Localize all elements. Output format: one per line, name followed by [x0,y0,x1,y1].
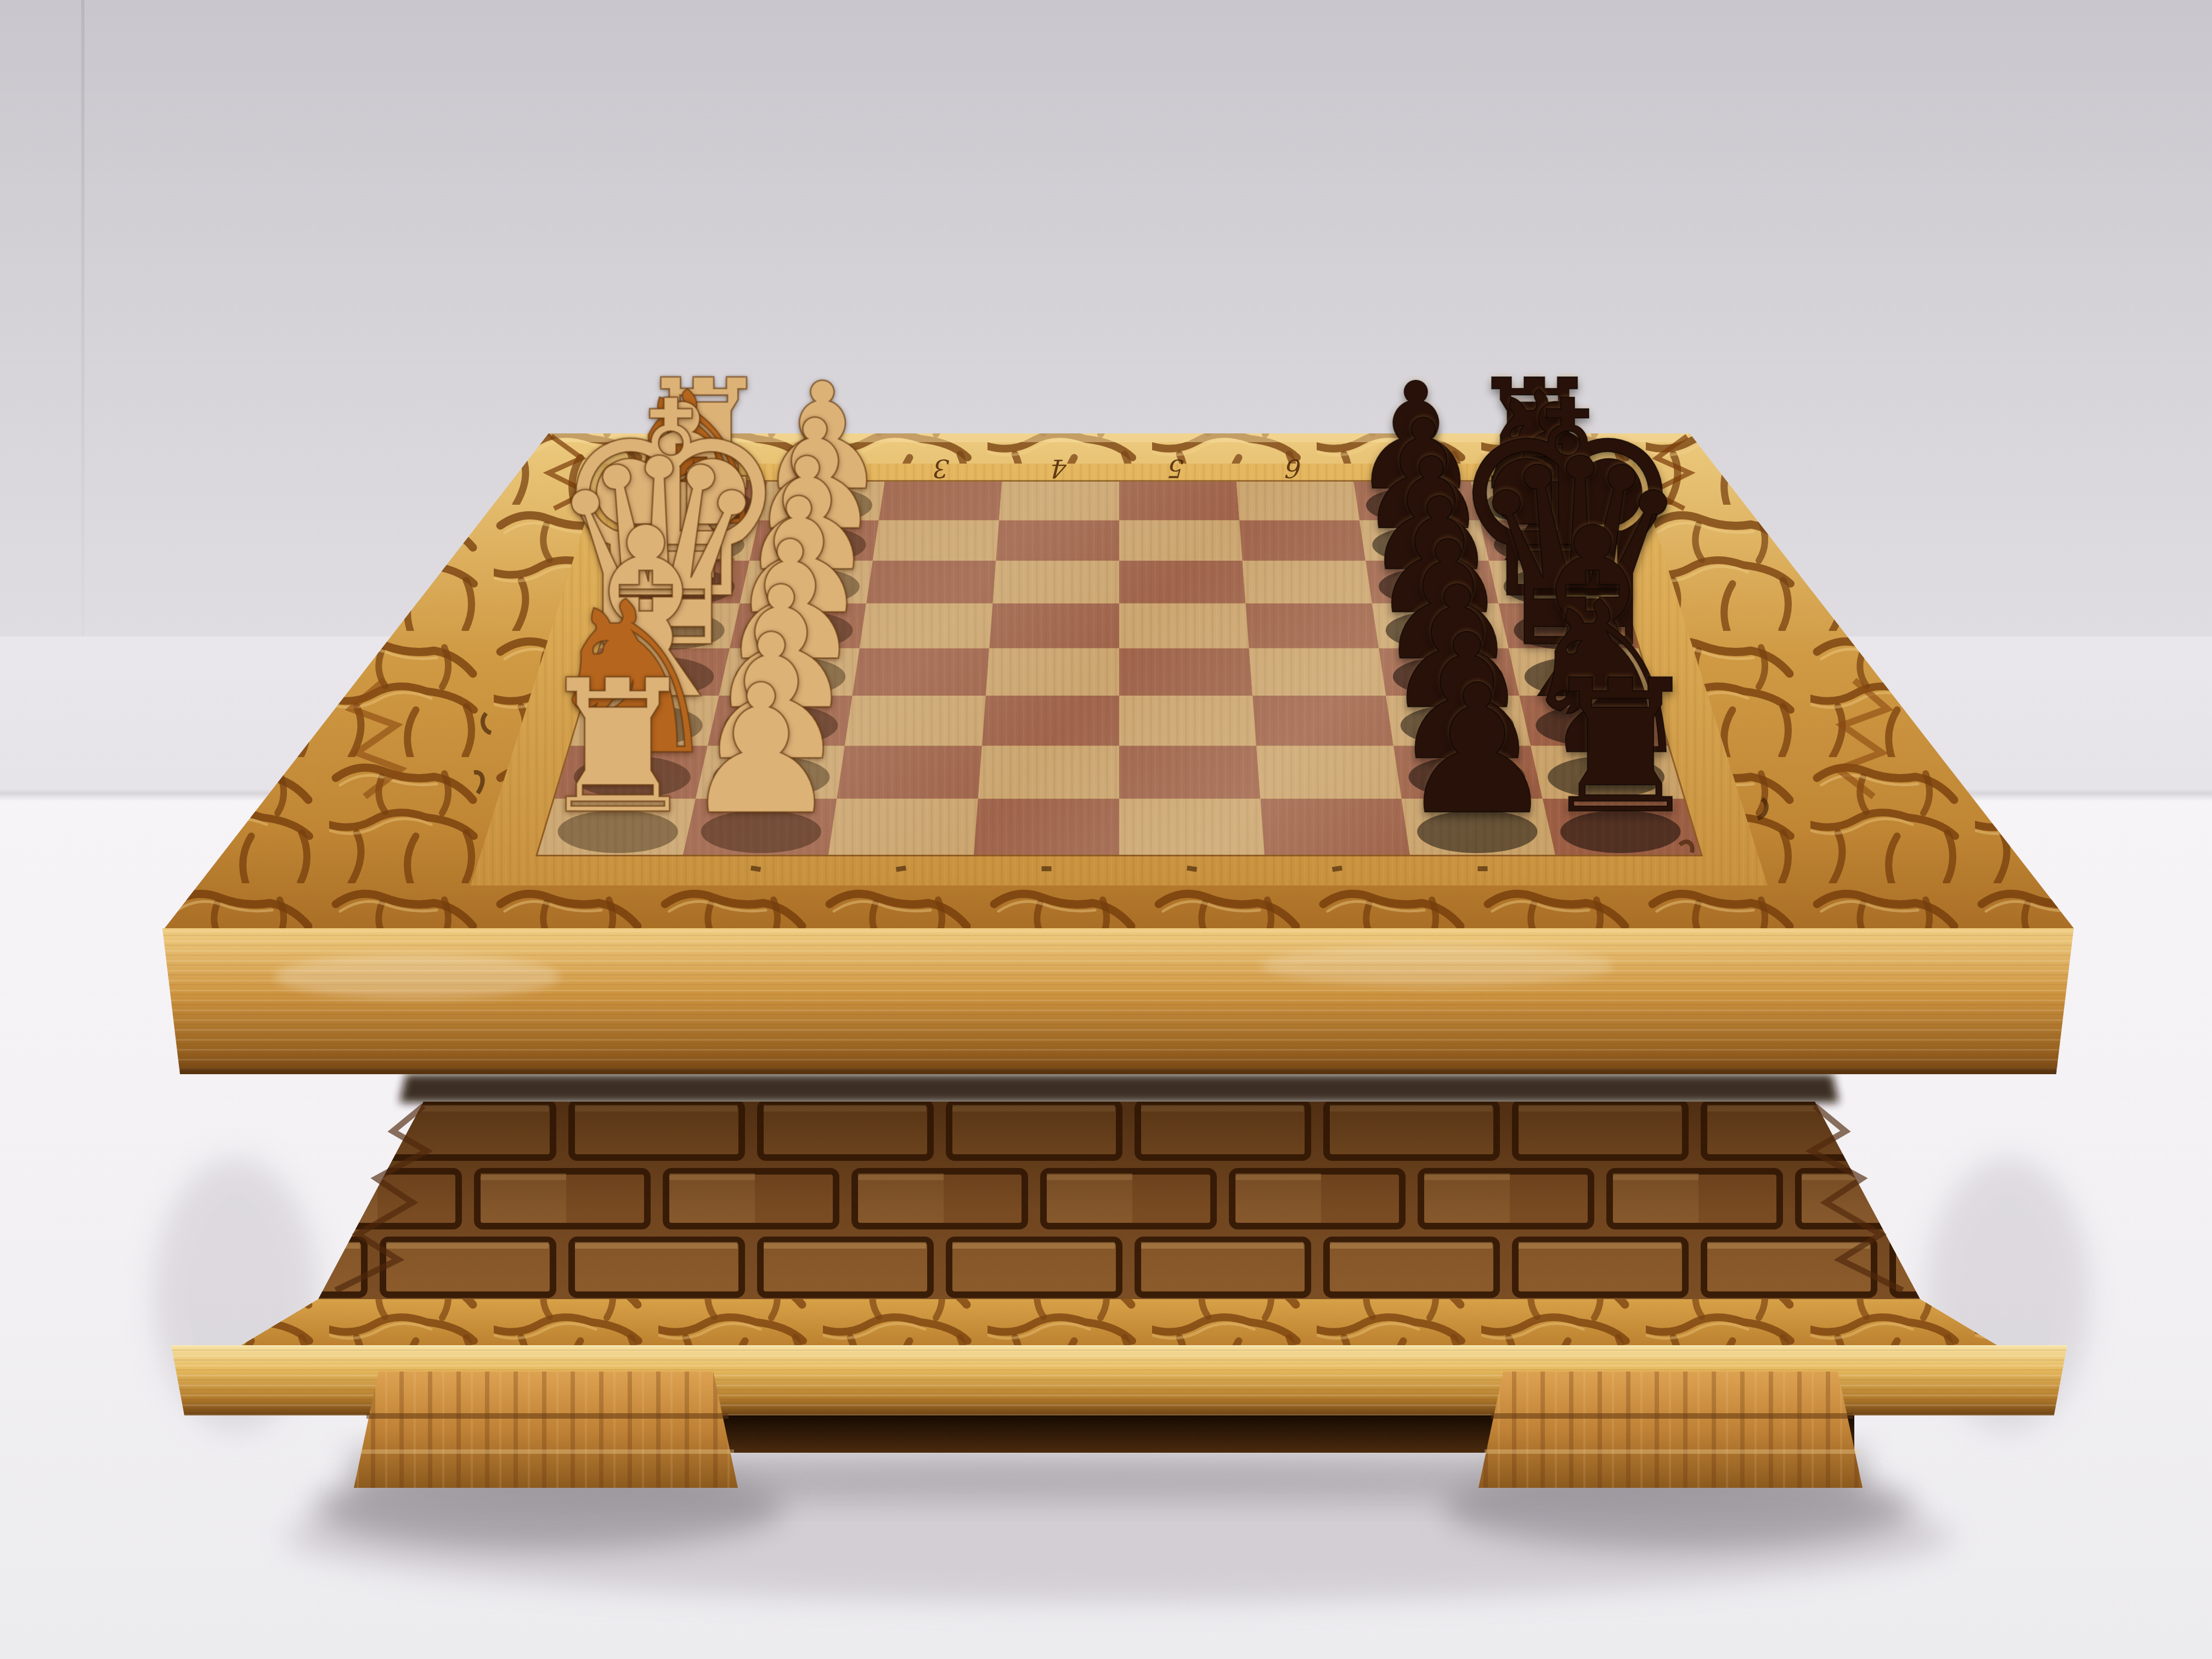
piece-contact-shadow [735,657,845,696]
piece-contact-shadow [724,705,838,746]
piece-contact-shadow [1494,527,1596,563]
piece-contact-shadow [1379,568,1483,605]
piece-contact-shadow [755,568,860,605]
piece-contact-shadow [1548,756,1664,798]
piece-contact-shadow [1560,810,1680,853]
scene: Handcrafted wooden chess box with pieces… [0,0,2212,1659]
far-edge-number-4: 4 [1052,454,1069,483]
piece-contact-shadow [603,657,714,696]
piece-contact-shadow [1386,611,1493,650]
piece-contact-shadow [617,611,725,650]
near-edge-mark [1042,866,1052,871]
far-edge-number-6: 6 [1285,454,1303,483]
piece-contact-shadow [1372,527,1474,563]
piece-contact-shadow [1536,705,1649,746]
piece-contact-shadow [558,810,678,853]
under-slab-shadow [399,1074,1839,1103]
left-foot [354,1372,738,1488]
piece-contact-shadow [713,756,830,798]
piece-contact-shadow [654,487,754,523]
chess-box: 3456 [0,0,2212,1659]
piece-contact-shadow [1417,810,1537,853]
piece-contact-shadow [764,527,866,563]
piece-contact-shadow [1408,756,1525,798]
piece-contact-shadow [642,527,744,563]
board-top: 3456 [165,433,2074,928]
piece-contact-shadow [745,611,853,650]
piece-contact-shadow [1485,487,1584,523]
piece-contact-shadow [1393,657,1503,696]
far-edge-number-3: 3 [934,454,951,483]
piece-contact-shadow [1366,487,1466,523]
far-edge-number-5: 5 [1169,454,1186,483]
piece-contact-shadow [772,487,872,523]
piece-contact-shadow [1401,705,1514,746]
piece-contact-shadow [589,705,703,746]
near-edge-mark [1478,866,1488,871]
piece-contact-shadow [1525,657,1635,696]
box-lower-body [162,928,2074,1488]
piece-contact-shadow [1504,568,1609,605]
piece-contact-shadow [1514,611,1621,650]
piece-contact-shadow [701,810,821,853]
piece-contact-shadow [574,756,691,798]
right-foot [1479,1372,1863,1488]
piece-contact-shadow [630,568,735,605]
